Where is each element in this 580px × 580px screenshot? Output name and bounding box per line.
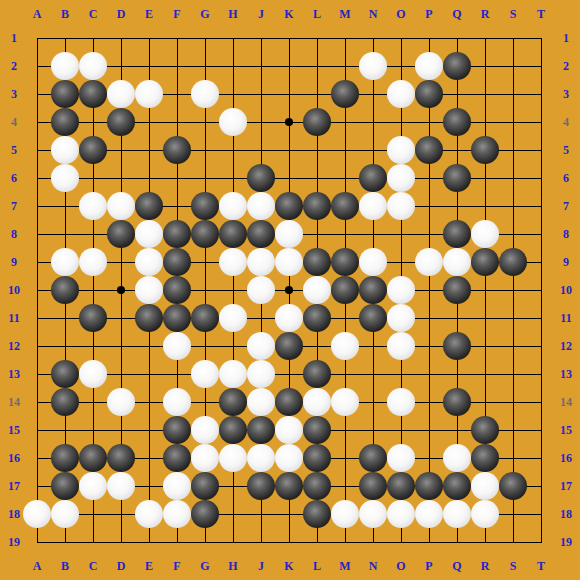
cell-J7[interactable] — [247, 192, 275, 220]
cell-G17[interactable] — [191, 472, 219, 500]
cell-D6[interactable] — [107, 164, 135, 192]
cell-R16[interactable] — [471, 444, 499, 472]
cell-H17[interactable] — [219, 472, 247, 500]
cell-N9[interactable] — [359, 248, 387, 276]
cell-R1[interactable] — [471, 24, 499, 52]
cell-Q17[interactable] — [443, 472, 471, 500]
cell-L10[interactable] — [303, 276, 331, 304]
cell-P4[interactable] — [415, 108, 443, 136]
cell-K4[interactable] — [275, 108, 303, 136]
cell-J1[interactable] — [247, 24, 275, 52]
cell-K8[interactable] — [275, 220, 303, 248]
cell-C8[interactable] — [79, 220, 107, 248]
cell-S12[interactable] — [499, 332, 527, 360]
cell-E13[interactable] — [135, 360, 163, 388]
cell-H12[interactable] — [219, 332, 247, 360]
cell-L1[interactable] — [303, 24, 331, 52]
cell-G4[interactable] — [191, 108, 219, 136]
cell-S10[interactable] — [499, 276, 527, 304]
cell-N13[interactable] — [359, 360, 387, 388]
cell-O8[interactable] — [387, 220, 415, 248]
cell-K5[interactable] — [275, 136, 303, 164]
cell-O2[interactable] — [387, 52, 415, 80]
cell-E14[interactable] — [135, 388, 163, 416]
cell-K10[interactable] — [275, 276, 303, 304]
cell-S2[interactable] — [499, 52, 527, 80]
cell-H2[interactable] — [219, 52, 247, 80]
cell-R8[interactable] — [471, 220, 499, 248]
cell-R9[interactable] — [471, 248, 499, 276]
cell-Q12[interactable] — [443, 332, 471, 360]
cell-L15[interactable] — [303, 416, 331, 444]
cell-R13[interactable] — [471, 360, 499, 388]
cell-C4[interactable] — [79, 108, 107, 136]
cell-N3[interactable] — [359, 80, 387, 108]
cell-K6[interactable] — [275, 164, 303, 192]
cell-O4[interactable] — [387, 108, 415, 136]
cell-M1[interactable] — [331, 24, 359, 52]
cell-R2[interactable] — [471, 52, 499, 80]
cell-M6[interactable] — [331, 164, 359, 192]
cell-B11[interactable] — [51, 304, 79, 332]
cell-N8[interactable] — [359, 220, 387, 248]
cell-O6[interactable] — [387, 164, 415, 192]
cell-B3[interactable] — [51, 80, 79, 108]
cell-L12[interactable] — [303, 332, 331, 360]
cell-L11[interactable] — [303, 304, 331, 332]
cell-S11[interactable] — [499, 304, 527, 332]
cell-J15[interactable] — [247, 416, 275, 444]
cell-R18[interactable] — [471, 500, 499, 528]
cell-R12[interactable] — [471, 332, 499, 360]
cell-H8[interactable] — [219, 220, 247, 248]
cell-Q9[interactable] — [443, 248, 471, 276]
cell-N1[interactable] — [359, 24, 387, 52]
cell-T8[interactable] — [527, 220, 555, 248]
cell-M17[interactable] — [331, 472, 359, 500]
cell-G18[interactable] — [191, 500, 219, 528]
cell-O7[interactable] — [387, 192, 415, 220]
cell-E17[interactable] — [135, 472, 163, 500]
cell-S7[interactable] — [499, 192, 527, 220]
cell-T10[interactable] — [527, 276, 555, 304]
cell-S6[interactable] — [499, 164, 527, 192]
cell-G3[interactable] — [191, 80, 219, 108]
cell-E18[interactable] — [135, 500, 163, 528]
cell-M5[interactable] — [331, 136, 359, 164]
cell-B13[interactable] — [51, 360, 79, 388]
cell-P17[interactable] — [415, 472, 443, 500]
cell-F18[interactable] — [163, 500, 191, 528]
cell-O5[interactable] — [387, 136, 415, 164]
cell-R10[interactable] — [471, 276, 499, 304]
cell-M15[interactable] — [331, 416, 359, 444]
cell-Q13[interactable] — [443, 360, 471, 388]
cell-S3[interactable] — [499, 80, 527, 108]
cell-H13[interactable] — [219, 360, 247, 388]
cell-S9[interactable] — [499, 248, 527, 276]
cell-D7[interactable] — [107, 192, 135, 220]
cell-J11[interactable] — [247, 304, 275, 332]
cell-C5[interactable] — [79, 136, 107, 164]
cell-L7[interactable] — [303, 192, 331, 220]
cell-S15[interactable] — [499, 416, 527, 444]
cell-H1[interactable] — [219, 24, 247, 52]
cell-H3[interactable] — [219, 80, 247, 108]
cell-D17[interactable] — [107, 472, 135, 500]
cell-C12[interactable] — [79, 332, 107, 360]
cell-P6[interactable] — [415, 164, 443, 192]
cell-N6[interactable] — [359, 164, 387, 192]
cell-N5[interactable] — [359, 136, 387, 164]
cell-K7[interactable] — [275, 192, 303, 220]
cell-F9[interactable] — [163, 248, 191, 276]
cell-B17[interactable] — [51, 472, 79, 500]
cell-Q15[interactable] — [443, 416, 471, 444]
cell-G2[interactable] — [191, 52, 219, 80]
cell-J2[interactable] — [247, 52, 275, 80]
cell-J16[interactable] — [247, 444, 275, 472]
cell-R3[interactable] — [471, 80, 499, 108]
cell-F7[interactable] — [163, 192, 191, 220]
cell-T16[interactable] — [527, 444, 555, 472]
cell-B9[interactable] — [51, 248, 79, 276]
cell-R6[interactable] — [471, 164, 499, 192]
cell-O16[interactable] — [387, 444, 415, 472]
cell-G16[interactable] — [191, 444, 219, 472]
cell-F8[interactable] — [163, 220, 191, 248]
cell-G13[interactable] — [191, 360, 219, 388]
cell-N15[interactable] — [359, 416, 387, 444]
cell-C17[interactable] — [79, 472, 107, 500]
cell-M14[interactable] — [331, 388, 359, 416]
cell-Q11[interactable] — [443, 304, 471, 332]
cell-F5[interactable] — [163, 136, 191, 164]
cell-M13[interactable] — [331, 360, 359, 388]
cell-D10[interactable] — [107, 276, 135, 304]
cell-P13[interactable] — [415, 360, 443, 388]
cell-O14[interactable] — [387, 388, 415, 416]
cell-T13[interactable] — [527, 360, 555, 388]
cell-E9[interactable] — [135, 248, 163, 276]
cell-M4[interactable] — [331, 108, 359, 136]
cell-H18[interactable] — [219, 500, 247, 528]
cell-F15[interactable] — [163, 416, 191, 444]
cell-O17[interactable] — [387, 472, 415, 500]
cell-S16[interactable] — [499, 444, 527, 472]
cell-Q14[interactable] — [443, 388, 471, 416]
cell-D9[interactable] — [107, 248, 135, 276]
cell-T4[interactable] — [527, 108, 555, 136]
cell-S18[interactable] — [499, 500, 527, 528]
cell-O11[interactable] — [387, 304, 415, 332]
cell-B12[interactable] — [51, 332, 79, 360]
cell-O13[interactable] — [387, 360, 415, 388]
cell-E11[interactable] — [135, 304, 163, 332]
cell-M11[interactable] — [331, 304, 359, 332]
cell-P5[interactable] — [415, 136, 443, 164]
cell-F2[interactable] — [163, 52, 191, 80]
cell-K16[interactable] — [275, 444, 303, 472]
cell-N12[interactable] — [359, 332, 387, 360]
cell-B5[interactable] — [51, 136, 79, 164]
cell-S5[interactable] — [499, 136, 527, 164]
cell-L9[interactable] — [303, 248, 331, 276]
cell-C16[interactable] — [79, 444, 107, 472]
cell-F3[interactable] — [163, 80, 191, 108]
cell-L8[interactable] — [303, 220, 331, 248]
cell-H14[interactable] — [219, 388, 247, 416]
cell-R11[interactable] — [471, 304, 499, 332]
cell-K12[interactable] — [275, 332, 303, 360]
cell-K14[interactable] — [275, 388, 303, 416]
cell-N11[interactable] — [359, 304, 387, 332]
cell-D12[interactable] — [107, 332, 135, 360]
cell-B15[interactable] — [51, 416, 79, 444]
cell-J8[interactable] — [247, 220, 275, 248]
cell-N2[interactable] — [359, 52, 387, 80]
cell-T2[interactable] — [527, 52, 555, 80]
cell-N7[interactable] — [359, 192, 387, 220]
cell-O9[interactable] — [387, 248, 415, 276]
cell-B8[interactable] — [51, 220, 79, 248]
cell-Q16[interactable] — [443, 444, 471, 472]
cell-R5[interactable] — [471, 136, 499, 164]
cell-F10[interactable] — [163, 276, 191, 304]
cell-B2[interactable] — [51, 52, 79, 80]
cell-O10[interactable] — [387, 276, 415, 304]
cell-D1[interactable] — [107, 24, 135, 52]
cell-P1[interactable] — [415, 24, 443, 52]
cell-H7[interactable] — [219, 192, 247, 220]
cell-L13[interactable] — [303, 360, 331, 388]
cell-J12[interactable] — [247, 332, 275, 360]
cell-B1[interactable] — [51, 24, 79, 52]
cell-B14[interactable] — [51, 388, 79, 416]
cell-C15[interactable] — [79, 416, 107, 444]
cell-D13[interactable] — [107, 360, 135, 388]
cell-F16[interactable] — [163, 444, 191, 472]
cell-N18[interactable] — [359, 500, 387, 528]
cell-J6[interactable] — [247, 164, 275, 192]
cell-G14[interactable] — [191, 388, 219, 416]
cell-M8[interactable] — [331, 220, 359, 248]
cell-Q4[interactable] — [443, 108, 471, 136]
cell-J18[interactable] — [247, 500, 275, 528]
cell-O3[interactable] — [387, 80, 415, 108]
cell-J17[interactable] — [247, 472, 275, 500]
cell-H11[interactable] — [219, 304, 247, 332]
cell-O18[interactable] — [387, 500, 415, 528]
cell-G9[interactable] — [191, 248, 219, 276]
cell-C13[interactable] — [79, 360, 107, 388]
cell-C18[interactable] — [79, 500, 107, 528]
cell-P11[interactable] — [415, 304, 443, 332]
cell-G6[interactable] — [191, 164, 219, 192]
cell-Q5[interactable] — [443, 136, 471, 164]
cell-H6[interactable] — [219, 164, 247, 192]
cell-E3[interactable] — [135, 80, 163, 108]
cell-Q7[interactable] — [443, 192, 471, 220]
cell-T1[interactable] — [527, 24, 555, 52]
cell-M2[interactable] — [331, 52, 359, 80]
cell-G1[interactable] — [191, 24, 219, 52]
cell-P3[interactable] — [415, 80, 443, 108]
cell-L4[interactable] — [303, 108, 331, 136]
cell-P10[interactable] — [415, 276, 443, 304]
cell-R14[interactable] — [471, 388, 499, 416]
cell-G8[interactable] — [191, 220, 219, 248]
cell-T18[interactable] — [527, 500, 555, 528]
cell-K11[interactable] — [275, 304, 303, 332]
cell-C3[interactable] — [79, 80, 107, 108]
cell-K9[interactable] — [275, 248, 303, 276]
cell-E10[interactable] — [135, 276, 163, 304]
cell-Q2[interactable] — [443, 52, 471, 80]
cell-T3[interactable] — [527, 80, 555, 108]
cell-P15[interactable] — [415, 416, 443, 444]
cell-M7[interactable] — [331, 192, 359, 220]
cell-J13[interactable] — [247, 360, 275, 388]
cell-E15[interactable] — [135, 416, 163, 444]
cell-F14[interactable] — [163, 388, 191, 416]
cell-G5[interactable] — [191, 136, 219, 164]
cell-P9[interactable] — [415, 248, 443, 276]
cell-J9[interactable] — [247, 248, 275, 276]
cell-L3[interactable] — [303, 80, 331, 108]
cell-J3[interactable] — [247, 80, 275, 108]
cell-H4[interactable] — [219, 108, 247, 136]
cell-H5[interactable] — [219, 136, 247, 164]
cell-R17[interactable] — [471, 472, 499, 500]
cell-F11[interactable] — [163, 304, 191, 332]
cell-R15[interactable] — [471, 416, 499, 444]
cell-J4[interactable] — [247, 108, 275, 136]
cell-E12[interactable] — [135, 332, 163, 360]
cell-K2[interactable] — [275, 52, 303, 80]
cell-L17[interactable] — [303, 472, 331, 500]
cell-P7[interactable] — [415, 192, 443, 220]
cell-N16[interactable] — [359, 444, 387, 472]
cell-Q10[interactable] — [443, 276, 471, 304]
cell-F17[interactable] — [163, 472, 191, 500]
cell-B7[interactable] — [51, 192, 79, 220]
cell-B16[interactable] — [51, 444, 79, 472]
cell-C2[interactable] — [79, 52, 107, 80]
cell-H15[interactable] — [219, 416, 247, 444]
cell-S13[interactable] — [499, 360, 527, 388]
cell-T9[interactable] — [527, 248, 555, 276]
cell-G10[interactable] — [191, 276, 219, 304]
cell-H10[interactable] — [219, 276, 247, 304]
cell-S8[interactable] — [499, 220, 527, 248]
cell-B4[interactable] — [51, 108, 79, 136]
cell-C11[interactable] — [79, 304, 107, 332]
cell-B10[interactable] — [51, 276, 79, 304]
cell-C7[interactable] — [79, 192, 107, 220]
cell-L14[interactable] — [303, 388, 331, 416]
cell-P16[interactable] — [415, 444, 443, 472]
cell-B18[interactable] — [51, 500, 79, 528]
cell-M3[interactable] — [331, 80, 359, 108]
cell-D15[interactable] — [107, 416, 135, 444]
cell-R7[interactable] — [471, 192, 499, 220]
cell-E4[interactable] — [135, 108, 163, 136]
cell-D11[interactable] — [107, 304, 135, 332]
cell-G15[interactable] — [191, 416, 219, 444]
cell-K18[interactable] — [275, 500, 303, 528]
cell-C10[interactable] — [79, 276, 107, 304]
cell-P8[interactable] — [415, 220, 443, 248]
cell-P2[interactable] — [415, 52, 443, 80]
cell-Q6[interactable] — [443, 164, 471, 192]
cell-M10[interactable] — [331, 276, 359, 304]
cell-K15[interactable] — [275, 416, 303, 444]
cell-S1[interactable] — [499, 24, 527, 52]
cell-M12[interactable] — [331, 332, 359, 360]
cell-M18[interactable] — [331, 500, 359, 528]
cell-F12[interactable] — [163, 332, 191, 360]
cell-T11[interactable] — [527, 304, 555, 332]
cell-T17[interactable] — [527, 472, 555, 500]
cell-T14[interactable] — [527, 388, 555, 416]
cell-N14[interactable] — [359, 388, 387, 416]
cell-D5[interactable] — [107, 136, 135, 164]
cell-H16[interactable] — [219, 444, 247, 472]
cell-F1[interactable] — [163, 24, 191, 52]
cell-S4[interactable] — [499, 108, 527, 136]
cell-G12[interactable] — [191, 332, 219, 360]
cell-Q8[interactable] — [443, 220, 471, 248]
cell-D18[interactable] — [107, 500, 135, 528]
cell-D2[interactable] — [107, 52, 135, 80]
cell-C14[interactable] — [79, 388, 107, 416]
cell-F13[interactable] — [163, 360, 191, 388]
cell-N17[interactable] — [359, 472, 387, 500]
cell-D14[interactable] — [107, 388, 135, 416]
cell-Q3[interactable] — [443, 80, 471, 108]
cell-J5[interactable] — [247, 136, 275, 164]
cell-T5[interactable] — [527, 136, 555, 164]
cell-B6[interactable] — [51, 164, 79, 192]
cell-L16[interactable] — [303, 444, 331, 472]
cell-T12[interactable] — [527, 332, 555, 360]
cell-O1[interactable] — [387, 24, 415, 52]
cell-L18[interactable] — [303, 500, 331, 528]
cell-Q1[interactable] — [443, 24, 471, 52]
cell-T6[interactable] — [527, 164, 555, 192]
cell-E7[interactable] — [135, 192, 163, 220]
cell-E5[interactable] — [135, 136, 163, 164]
cell-N10[interactable] — [359, 276, 387, 304]
cell-K13[interactable] — [275, 360, 303, 388]
cell-M9[interactable] — [331, 248, 359, 276]
cell-G11[interactable] — [191, 304, 219, 332]
cell-J10[interactable] — [247, 276, 275, 304]
cell-P12[interactable] — [415, 332, 443, 360]
cell-O15[interactable] — [387, 416, 415, 444]
cell-D8[interactable] — [107, 220, 135, 248]
cell-C1[interactable] — [79, 24, 107, 52]
cell-L2[interactable] — [303, 52, 331, 80]
cell-D3[interactable] — [107, 80, 135, 108]
cell-M16[interactable] — [331, 444, 359, 472]
cell-K3[interactable] — [275, 80, 303, 108]
cell-J14[interactable] — [247, 388, 275, 416]
cell-L5[interactable] — [303, 136, 331, 164]
cell-K17[interactable] — [275, 472, 303, 500]
cell-F6[interactable] — [163, 164, 191, 192]
